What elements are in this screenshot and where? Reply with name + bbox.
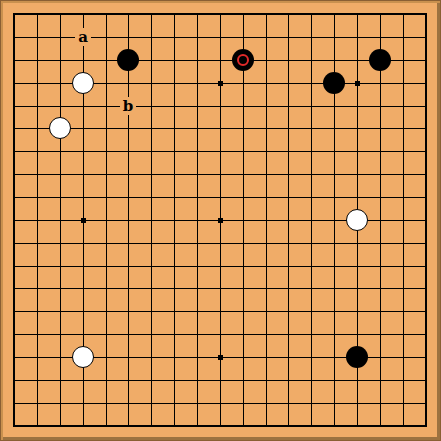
- grid-line-vertical: [243, 13, 244, 427]
- point-label-b[interactable]: b: [120, 97, 136, 115]
- grid-line-horizontal: [13, 243, 427, 244]
- black-stone[interactable]: [232, 49, 254, 71]
- grid-line-vertical: [403, 13, 404, 427]
- star-point: [218, 81, 223, 86]
- grid-line-vertical: [380, 13, 381, 427]
- grid-line-vertical: [311, 13, 312, 427]
- grid-line-horizontal: [13, 266, 427, 267]
- grid-line-horizontal: [13, 403, 427, 404]
- white-stone[interactable]: [72, 346, 94, 368]
- star-point: [218, 355, 223, 360]
- black-stone[interactable]: [323, 72, 345, 94]
- star-point: [218, 218, 223, 223]
- grid-line-vertical: [288, 13, 289, 427]
- white-stone[interactable]: [49, 117, 71, 139]
- white-stone[interactable]: [346, 209, 368, 231]
- go-board[interactable]: ab: [0, 0, 441, 441]
- grid-line-horizontal: [13, 311, 427, 312]
- grid-line-horizontal: [13, 380, 427, 381]
- grid-line-vertical: [425, 13, 427, 427]
- white-stone[interactable]: [72, 72, 94, 94]
- point-label-a[interactable]: a: [75, 28, 91, 46]
- last-move-circle-marker: [237, 54, 249, 66]
- black-stone[interactable]: [369, 49, 391, 71]
- star-point: [81, 218, 86, 223]
- black-stone[interactable]: [117, 49, 139, 71]
- star-point: [355, 81, 360, 86]
- grid-line-horizontal: [13, 425, 427, 427]
- black-stone[interactable]: [346, 346, 368, 368]
- grid-line-vertical: [266, 13, 267, 427]
- grid-line-horizontal: [13, 288, 427, 289]
- grid-line-horizontal: [13, 334, 427, 335]
